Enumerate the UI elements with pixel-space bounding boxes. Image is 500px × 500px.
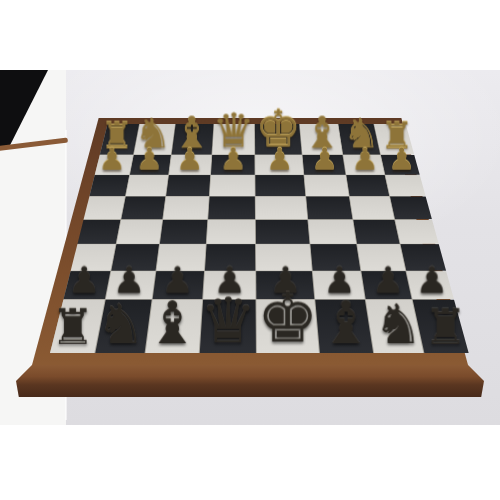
- square-r5c7: [401, 244, 446, 270]
- brass-bishop: ♝: [172, 110, 212, 154]
- square-r7c3: ♛: [200, 300, 257, 353]
- square-r7c1: ♞: [95, 300, 151, 353]
- square-r3c7: [390, 197, 432, 219]
- square-r2c7: [385, 175, 425, 196]
- chess-board: ♜♞♝♛♚♝♞♜♟♟♟♟♟♟♟♟♟♟♟♟♟♟♟♟♜♞♝♛♚♝♞♜: [50, 124, 450, 353]
- square-r1c1: ♟: [130, 155, 171, 175]
- square-r7c4: ♚: [257, 300, 319, 353]
- square-r6c3: ♟: [203, 271, 256, 299]
- square-r6c7: ♟: [406, 271, 453, 299]
- board-scene: ♜♞♝♛♚♝♞♜♟♟♟♟♟♟♟♟♟♟♟♟♟♟♟♟♜♞♝♛♚♝♞♜: [32, 150, 468, 365]
- square-r3c2: [163, 197, 209, 219]
- square-r1c5: ♟: [303, 155, 346, 175]
- square-r5c3: [205, 244, 256, 270]
- square-r7c5: ♝: [315, 300, 373, 353]
- square-r4c3: [207, 220, 256, 244]
- square-r2c6: [346, 175, 389, 196]
- pewter-knight: ♞: [96, 297, 145, 352]
- square-r1c6: ♟: [343, 155, 384, 175]
- square-r4c5: [308, 220, 356, 244]
- square-r5c5: [310, 244, 360, 270]
- square-r1c4: ♟: [255, 155, 303, 175]
- pewter-bishop: ♝: [146, 293, 199, 352]
- square-r0c1: ♞: [134, 124, 175, 154]
- square-r0c2: ♝: [172, 124, 214, 154]
- square-r4c0: [77, 220, 120, 244]
- square-r5c4: [256, 244, 312, 270]
- wooden-frame: ♜♞♝♛♚♝♞♜♟♟♟♟♟♟♟♟♟♟♟♟♟♟♟♟♜♞♝♛♚♝♞♜: [32, 118, 468, 365]
- square-r3c4: [256, 197, 308, 219]
- square-r6c5: ♟: [313, 271, 365, 299]
- brass-rook: ♜: [380, 118, 413, 155]
- square-r3c1: [121, 197, 165, 219]
- square-r2c5: [304, 175, 348, 196]
- square-r2c4: [256, 175, 306, 196]
- square-r5c0: [71, 244, 116, 270]
- square-r0c6: ♞: [338, 124, 380, 154]
- square-r4c6: [353, 220, 399, 244]
- square-r5c6: [357, 244, 405, 270]
- square-r5c1: [111, 244, 159, 270]
- square-r7c2: ♝: [146, 300, 202, 353]
- square-r4c7: [395, 220, 438, 244]
- square-r3c3: [208, 197, 255, 219]
- brass-queen: ♛: [212, 107, 254, 154]
- square-r2c3: [210, 175, 255, 196]
- square-r6c1: ♟: [106, 271, 156, 299]
- square-r6c0: ♟: [64, 271, 111, 299]
- square-r3c6: [350, 197, 395, 219]
- square-r4c4: [256, 220, 310, 244]
- photo-backdrop: ♜♞♝♛♚♝♞♜♟♟♟♟♟♟♟♟♟♟♟♟♟♟♟♟♜♞♝♛♚♝♞♜: [0, 70, 500, 425]
- brass-knight: ♞: [343, 113, 380, 154]
- square-r2c0: [89, 175, 129, 196]
- square-r3c0: [84, 197, 125, 219]
- square-r0c0: ♜: [100, 124, 139, 154]
- square-r2c1: [126, 175, 168, 196]
- square-r1c0: ♟: [95, 155, 133, 175]
- brass-rook: ♜: [100, 118, 133, 155]
- square-r6c4: ♟: [256, 271, 314, 299]
- square-r2c2: [166, 175, 210, 196]
- square-r4c1: [116, 220, 162, 244]
- square-r0c5: ♝: [300, 124, 342, 154]
- brass-king: ♚: [255, 103, 301, 155]
- pewter-rook: ♜: [424, 303, 468, 352]
- pewter-rook: ♜: [51, 303, 95, 352]
- screenshot-canvas: ♜♞♝♛♚♝♞♜♟♟♟♟♟♟♟♟♟♟♟♟♟♟♟♟♜♞♝♛♚♝♞♜: [0, 0, 500, 500]
- square-r1c3: ♟: [211, 155, 255, 175]
- frame-front-molding: [16, 365, 484, 397]
- pewter-queen: ♛: [200, 289, 256, 352]
- brass-bishop: ♝: [302, 110, 342, 154]
- square-r1c2: ♟: [169, 155, 211, 175]
- square-r0c4: ♚: [255, 124, 302, 154]
- square-r0c7: ♜: [374, 124, 414, 154]
- square-r1c7: ♟: [381, 155, 420, 175]
- brass-knight: ♞: [134, 113, 171, 154]
- square-r5c2: [156, 244, 205, 270]
- square-r0c3: ♛: [212, 124, 254, 154]
- square-r6c6: ♟: [361, 271, 411, 299]
- square-r3c5: [306, 197, 352, 219]
- square-r6c2: ♟: [153, 271, 204, 299]
- square-r4c2: [160, 220, 207, 244]
- pewter-bishop: ♝: [320, 293, 373, 352]
